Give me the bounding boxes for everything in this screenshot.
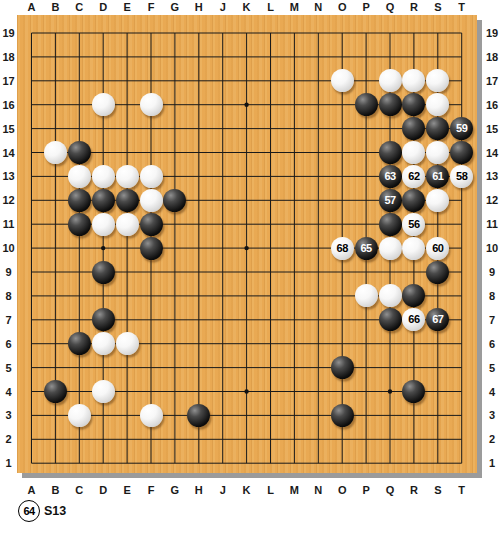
coord-left-9: 9 <box>5 267 11 278</box>
coord-bottom-N: N <box>314 485 322 496</box>
stone-F16[interactable] <box>140 93 163 116</box>
coord-bottom-O: O <box>338 485 347 496</box>
coord-bottom-K: K <box>243 485 251 496</box>
stone-P10[interactable]: 65 <box>355 237 378 260</box>
coord-left-16: 16 <box>2 99 14 110</box>
caption: 64 S13 <box>0 497 200 527</box>
coord-bottom-C: C <box>75 485 83 496</box>
coord-top-C: C <box>75 2 83 13</box>
stone-D11[interactable] <box>92 213 115 236</box>
move-number: 58 <box>456 171 467 182</box>
stone-Q16[interactable] <box>379 93 402 116</box>
move-number: 62 <box>408 171 419 182</box>
stone-D12[interactable] <box>92 189 115 212</box>
coord-left-12: 12 <box>2 195 14 206</box>
stone-C11[interactable] <box>68 213 91 236</box>
stone-T13[interactable]: 58 <box>450 165 473 188</box>
stone-D13[interactable] <box>92 165 115 188</box>
stone-D7[interactable] <box>92 308 115 331</box>
coord-right-1: 1 <box>489 458 495 469</box>
stone-Q14[interactable] <box>379 141 402 164</box>
coord-top-E: E <box>123 2 130 13</box>
coord-left-13: 13 <box>2 171 14 182</box>
coord-top-N: N <box>314 2 322 13</box>
stone-B14[interactable] <box>44 141 67 164</box>
move-number: 65 <box>360 243 371 254</box>
coord-left-3: 3 <box>5 410 11 421</box>
caption-move-number: 64 <box>23 506 34 517</box>
coord-left-19: 19 <box>2 28 14 39</box>
coord-bottom-D: D <box>99 485 107 496</box>
coord-top-B: B <box>51 2 59 13</box>
stone-P8[interactable] <box>355 284 378 307</box>
stone-Q7[interactable] <box>379 308 402 331</box>
stone-F10[interactable] <box>140 237 163 260</box>
move-number: 67 <box>432 314 443 325</box>
move-number: 63 <box>384 171 395 182</box>
coord-right-17: 17 <box>486 75 498 86</box>
stone-C3[interactable] <box>68 404 91 427</box>
stone-S9[interactable] <box>426 261 449 284</box>
stone-D16[interactable] <box>92 93 115 116</box>
stone-C13[interactable] <box>68 165 91 188</box>
coord-bottom-J: J <box>220 485 226 496</box>
coord-bottom-F: F <box>148 485 155 496</box>
coord-left-7: 7 <box>5 314 11 325</box>
coord-top-L: L <box>267 2 274 13</box>
stone-C6[interactable] <box>68 332 91 355</box>
coord-bottom-L: L <box>267 485 274 496</box>
stone-D6[interactable] <box>92 332 115 355</box>
stone-C14[interactable] <box>68 141 91 164</box>
coord-left-14: 14 <box>2 147 14 158</box>
coord-right-10: 10 <box>486 243 498 254</box>
coord-top-A: A <box>28 2 36 13</box>
coord-top-D: D <box>99 2 107 13</box>
move-number: 56 <box>408 219 419 230</box>
stone-D9[interactable] <box>92 261 115 284</box>
coord-left-1: 1 <box>5 458 11 469</box>
coord-right-18: 18 <box>486 51 498 62</box>
coord-right-9: 9 <box>489 267 495 278</box>
coord-left-15: 15 <box>2 123 14 134</box>
coord-right-11: 11 <box>486 219 498 230</box>
coord-right-12: 12 <box>486 195 498 206</box>
coord-left-10: 10 <box>2 243 14 254</box>
stone-O10[interactable]: 68 <box>331 237 354 260</box>
coord-right-5: 5 <box>489 362 495 373</box>
coord-top-Q: Q <box>386 2 395 13</box>
coord-top-T: T <box>458 2 465 13</box>
coord-left-4: 4 <box>5 386 11 397</box>
coord-left-8: 8 <box>5 290 11 301</box>
coord-bottom-A: A <box>28 485 36 496</box>
coord-right-7: 7 <box>489 314 495 325</box>
stone-O3[interactable] <box>331 404 354 427</box>
coord-top-H: H <box>195 2 203 13</box>
coord-right-16: 16 <box>486 99 498 110</box>
stone-Q13[interactable]: 63 <box>379 165 402 188</box>
coord-right-14: 14 <box>486 147 498 158</box>
stone-R10[interactable] <box>402 237 425 260</box>
coord-top-J: J <box>220 2 226 13</box>
coord-top-O: O <box>338 2 347 13</box>
coord-right-3: 3 <box>489 410 495 421</box>
coord-bottom-Q: Q <box>386 485 395 496</box>
stone-F3[interactable] <box>140 404 163 427</box>
move-number: 59 <box>456 123 467 134</box>
coord-bottom-T: T <box>458 485 465 496</box>
coord-left-18: 18 <box>2 51 14 62</box>
coord-right-6: 6 <box>489 338 495 349</box>
move-number: 66 <box>408 314 419 325</box>
coord-top-M: M <box>290 2 299 13</box>
coord-bottom-B: B <box>51 485 59 496</box>
coord-bottom-E: E <box>123 485 130 496</box>
stone-C12[interactable] <box>68 189 91 212</box>
coord-right-2: 2 <box>489 434 495 445</box>
coord-right-8: 8 <box>489 290 495 301</box>
coord-left-17: 17 <box>2 75 14 86</box>
stone-E11[interactable] <box>116 213 139 236</box>
stone-F13[interactable] <box>140 165 163 188</box>
coord-bottom-H: H <box>195 485 203 496</box>
coord-left-5: 5 <box>5 362 11 373</box>
go-kifu-diagram: ABCDEFGHJKLMNOPQRST ABCDEFGHJKLMNOPQRST … <box>0 0 500 537</box>
coord-bottom-R: R <box>410 485 418 496</box>
stone-O17[interactable] <box>331 69 354 92</box>
stone-Q11[interactable] <box>379 213 402 236</box>
stone-Q10[interactable] <box>379 237 402 260</box>
coord-bottom-M: M <box>290 485 299 496</box>
stone-O5[interactable] <box>331 356 354 379</box>
stone-Q12[interactable]: 57 <box>379 189 402 212</box>
stone-Q8[interactable] <box>379 284 402 307</box>
caption-move-location: S13 <box>44 505 66 518</box>
coord-left-11: 11 <box>3 219 15 230</box>
coord-right-15: 15 <box>486 123 498 134</box>
move-number: 60 <box>432 243 443 254</box>
stone-E13[interactable] <box>116 165 139 188</box>
stone-S12[interactable] <box>426 189 449 212</box>
stone-F11[interactable] <box>140 213 163 236</box>
stone-Q17[interactable] <box>379 69 402 92</box>
coord-bottom-S: S <box>434 485 441 496</box>
coord-right-19: 19 <box>486 28 498 39</box>
coord-top-P: P <box>362 2 369 13</box>
coord-right-13: 13 <box>486 171 498 182</box>
stone-R11[interactable]: 56 <box>402 213 425 236</box>
stone-E6[interactable] <box>116 332 139 355</box>
coord-left-6: 6 <box>5 338 11 349</box>
stone-S10[interactable]: 60 <box>426 237 449 260</box>
coord-top-S: S <box>434 2 441 13</box>
caption-move-stone: 64 <box>18 500 40 522</box>
move-number: 57 <box>384 195 395 206</box>
coord-top-R: R <box>410 2 418 13</box>
coord-top-K: K <box>243 2 251 13</box>
stone-F12[interactable] <box>140 189 163 212</box>
stone-D4[interactable] <box>92 380 115 403</box>
move-number: 61 <box>432 171 443 182</box>
move-number: 68 <box>337 243 348 254</box>
coord-left-2: 2 <box>5 434 11 445</box>
stone-B4[interactable] <box>44 380 67 403</box>
stone-E12[interactable] <box>116 189 139 212</box>
coord-bottom-G: G <box>171 485 180 496</box>
coord-bottom-P: P <box>362 485 369 496</box>
coord-top-F: F <box>148 2 155 13</box>
coord-right-4: 4 <box>489 386 495 397</box>
coord-top-G: G <box>171 2 180 13</box>
stone-P16[interactable] <box>355 93 378 116</box>
